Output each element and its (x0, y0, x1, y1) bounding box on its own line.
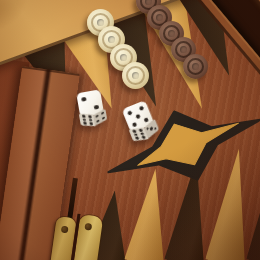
die-pip (81, 97, 86, 102)
die-pip (90, 122, 93, 125)
die-2[interactable] (119, 98, 162, 145)
die-pip (84, 122, 87, 125)
die-pip (127, 110, 133, 116)
die-pip (133, 130, 137, 133)
die-pip (96, 114, 99, 118)
die-pip (146, 126, 149, 130)
die-pip (88, 116, 91, 119)
die-pip (83, 115, 86, 118)
dice-layer (0, 0, 260, 260)
die-pip (138, 106, 144, 112)
die-pip (154, 127, 157, 131)
die-pip (102, 116, 105, 120)
die-pip (94, 105, 99, 110)
die-pip (150, 127, 153, 131)
die-pip (89, 119, 92, 122)
die-pip (101, 112, 104, 116)
die-pip (135, 137, 139, 140)
die-pip (139, 129, 143, 132)
backgammon-board-photo (0, 0, 260, 260)
die-pip (135, 113, 141, 119)
die-pip (142, 136, 146, 139)
die-pip (83, 118, 86, 121)
die-pip (143, 117, 149, 123)
die-1[interactable] (74, 88, 110, 129)
die-pip (97, 119, 100, 123)
die-pip (132, 121, 138, 127)
